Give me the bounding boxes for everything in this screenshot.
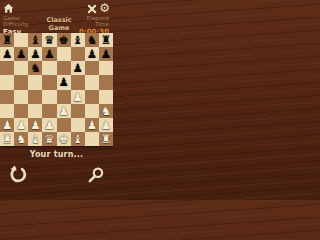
board-square-b3[interactable] [14, 104, 28, 118]
board-square-e5[interactable]: ♟ [57, 75, 71, 89]
board-square-c3[interactable] [28, 104, 42, 118]
board-square-f1[interactable]: ♝ [71, 132, 85, 146]
white-pawn[interactable]: ♟ [44, 118, 54, 132]
settings-button[interactable]: ⚙ [97, 2, 110, 14]
black-pawn[interactable]: ♟ [58, 75, 68, 89]
board-square-h3[interactable]: ♞ [99, 104, 113, 118]
black-pawn[interactable]: ♟ [87, 47, 97, 61]
board-square-h1[interactable]: ♜ [99, 132, 113, 146]
board-square-f3[interactable] [71, 104, 85, 118]
turn-status: Your turn... [0, 150, 113, 159]
black-pawn[interactable]: ♟ [73, 61, 83, 75]
board-square-f8[interactable]: ♝ [71, 33, 85, 47]
zoom-button[interactable] [86, 166, 105, 189]
board-square-e3[interactable]: ♟ [57, 104, 71, 118]
board-square-e4[interactable] [57, 90, 71, 104]
board-square-e2[interactable] [57, 118, 71, 132]
white-rook[interactable]: ♜ [2, 132, 12, 146]
white-pawn[interactable]: ♟ [58, 104, 68, 118]
board-square-a7[interactable]: ♟ [0, 47, 14, 61]
white-queen[interactable]: ♛ [44, 132, 54, 146]
white-bishop[interactable]: ♝ [30, 132, 40, 146]
board-square-d4[interactable] [42, 90, 56, 104]
white-pawn[interactable]: ♟ [87, 118, 97, 132]
white-king[interactable]: ♚ [58, 132, 68, 146]
board-square-d8[interactable]: ♛ [42, 33, 56, 47]
board-square-f2[interactable] [71, 118, 85, 132]
board-square-c7[interactable]: ♟ [28, 47, 42, 61]
black-knight[interactable]: ♞ [87, 33, 97, 47]
black-bishop[interactable]: ♝ [30, 33, 40, 47]
board-square-a4[interactable] [0, 90, 14, 104]
board-square-e7[interactable] [57, 47, 71, 61]
white-knight[interactable]: ♞ [16, 132, 26, 146]
white-bishop[interactable]: ♝ [73, 132, 83, 146]
white-pawn[interactable]: ♟ [101, 118, 111, 132]
board-square-b1[interactable]: ♞ [14, 132, 28, 146]
magnifier-icon [86, 166, 105, 189]
footer: Your turn... [0, 146, 113, 200]
board-square-c5[interactable] [28, 75, 42, 89]
board-square-c4[interactable] [28, 90, 42, 104]
board-square-g6[interactable] [85, 61, 99, 75]
board-square-d6[interactable] [42, 61, 56, 75]
board-square-h7[interactable]: ♟ [99, 47, 113, 61]
white-pawn[interactable]: ♟ [30, 118, 40, 132]
black-king[interactable]: ♚ [58, 33, 68, 47]
board-square-d2[interactable]: ♟ [42, 118, 56, 132]
black-pawn[interactable]: ♟ [2, 47, 12, 61]
board-square-d3[interactable] [42, 104, 56, 118]
board-square-h2[interactable]: ♟ [99, 118, 113, 132]
board-square-a2[interactable]: ♟ [0, 118, 14, 132]
white-pawn[interactable]: ♟ [16, 118, 26, 132]
undo-button[interactable] [8, 165, 28, 189]
board-square-c2[interactable]: ♟ [28, 118, 42, 132]
white-knight[interactable]: ♞ [101, 104, 111, 118]
board-square-b2[interactable]: ♟ [14, 118, 28, 132]
black-pawn[interactable]: ♟ [16, 47, 26, 61]
board-square-h8[interactable]: ♜ [99, 33, 113, 47]
board-square-g2[interactable]: ♟ [85, 118, 99, 132]
board-square-g5[interactable] [85, 75, 99, 89]
board-square-a1[interactable]: ♜ [0, 132, 14, 146]
white-pawn[interactable]: ♟ [2, 118, 12, 132]
game-mode-line2: Game [46, 24, 71, 32]
elapsed-time-label: Elapsed Time [72, 15, 109, 27]
board-square-e1[interactable]: ♚ [57, 132, 71, 146]
board-square-h5[interactable] [99, 75, 113, 89]
board-square-b7[interactable]: ♟ [14, 47, 28, 61]
game-mode-line1: Classic [46, 16, 71, 24]
black-bishop[interactable]: ♝ [73, 33, 83, 47]
black-rook[interactable]: ♜ [2, 33, 12, 47]
board-square-b8[interactable] [14, 33, 28, 47]
chess-board[interactable]: ♜♝♛♚♝♞♜♟♟♟♟♟♟♞♟♟♟♟♞♟♟♟♟♟♟♜♞♝♛♚♝♜ [0, 33, 113, 146]
board-square-g7[interactable]: ♟ [85, 47, 99, 61]
black-queen[interactable]: ♛ [44, 33, 54, 47]
board-square-d1[interactable]: ♛ [42, 132, 56, 146]
board-square-c1[interactable]: ♝ [28, 132, 42, 146]
board-square-a6[interactable] [0, 61, 14, 75]
board-square-c8[interactable]: ♝ [28, 33, 42, 47]
board-square-c6[interactable]: ♞ [28, 61, 42, 75]
black-pawn[interactable]: ♟ [101, 47, 111, 61]
undo-icon [8, 165, 28, 189]
board-square-f5[interactable] [71, 75, 85, 89]
black-knight[interactable]: ♞ [30, 61, 40, 75]
board-square-f6[interactable]: ♟ [71, 61, 85, 75]
game-mode: Classic Game [46, 16, 71, 32]
board-square-h6[interactable] [99, 61, 113, 75]
gear-icon: ⚙ [99, 2, 110, 14]
black-pawn[interactable]: ♟ [30, 47, 40, 61]
board-square-a3[interactable] [0, 104, 14, 118]
board-square-g1[interactable] [85, 132, 99, 146]
board-square-e8[interactable]: ♚ [57, 33, 71, 47]
board-square-b5[interactable] [14, 75, 28, 89]
board-square-a8[interactable]: ♜ [0, 33, 14, 47]
bottom-controls [0, 159, 113, 189]
difficulty-label: Game Difficulty [3, 15, 46, 27]
board-square-f7[interactable] [71, 47, 85, 61]
board-square-g8[interactable]: ♞ [85, 33, 99, 47]
game-info-bar: Game Difficulty Easy Classic Game Elapse… [0, 14, 113, 33]
board-square-f4[interactable]: ♟ [71, 90, 85, 104]
board-square-d5[interactable] [42, 75, 56, 89]
white-pawn[interactable]: ♟ [73, 90, 83, 104]
board-square-a5[interactable] [0, 75, 14, 89]
board-square-h4[interactable] [99, 90, 113, 104]
board-square-g4[interactable] [85, 90, 99, 104]
top-toolbar: ⚙ [0, 0, 113, 14]
black-rook[interactable]: ♜ [101, 33, 111, 47]
white-rook[interactable]: ♜ [101, 132, 111, 146]
board-square-b4[interactable] [14, 90, 28, 104]
black-pawn[interactable]: ♟ [44, 47, 54, 61]
chess-app: ⚙ Game Difficulty Easy Classic Game Elap… [0, 0, 113, 200]
board-square-g3[interactable] [85, 104, 99, 118]
board-square-e6[interactable] [57, 61, 71, 75]
board-square-b6[interactable] [14, 61, 28, 75]
board-square-d7[interactable]: ♟ [42, 47, 56, 61]
